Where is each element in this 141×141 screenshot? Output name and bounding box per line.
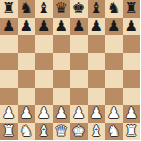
square-b2[interactable]: ♟ [18,105,36,123]
piece-black-pawn[interactable]: ♟ [55,18,68,36]
square-g1[interactable]: ♞ [105,123,123,141]
square-e7[interactable]: ♟ [70,18,88,36]
square-g3[interactable] [105,88,123,106]
piece-black-bishop[interactable]: ♝ [90,0,103,18]
square-b4[interactable] [18,70,36,88]
square-a6[interactable] [0,35,18,53]
piece-black-pawn[interactable]: ♟ [72,18,85,36]
piece-black-rook[interactable]: ♜ [2,0,15,18]
piece-black-knight[interactable]: ♞ [107,0,120,18]
piece-white-rook[interactable]: ♜ [125,123,138,141]
piece-white-pawn[interactable]: ♟ [37,105,50,123]
square-b6[interactable] [18,35,36,53]
square-f1[interactable]: ♝ [88,123,106,141]
square-c3[interactable] [35,88,53,106]
square-c7[interactable]: ♟ [35,18,53,36]
square-a8[interactable]: ♜ [0,0,18,18]
square-c5[interactable] [35,53,53,71]
piece-white-queen[interactable]: ♛ [55,123,68,141]
piece-white-pawn[interactable]: ♟ [72,105,85,123]
piece-white-pawn[interactable]: ♟ [20,105,33,123]
square-h4[interactable] [123,70,141,88]
square-g8[interactable]: ♞ [105,0,123,18]
piece-black-knight[interactable]: ♞ [20,0,33,18]
piece-black-queen[interactable]: ♛ [55,0,68,18]
piece-white-knight[interactable]: ♞ [20,123,33,141]
piece-white-pawn[interactable]: ♟ [90,105,103,123]
square-c6[interactable] [35,35,53,53]
piece-black-king[interactable]: ♚ [72,0,85,18]
piece-white-pawn[interactable]: ♟ [107,105,120,123]
square-b3[interactable] [18,88,36,106]
piece-black-rook[interactable]: ♜ [125,0,138,18]
square-f5[interactable] [88,53,106,71]
square-f2[interactable]: ♟ [88,105,106,123]
square-e8[interactable]: ♚ [70,0,88,18]
piece-white-rook[interactable]: ♜ [2,123,15,141]
square-h2[interactable]: ♟ [123,105,141,123]
square-f3[interactable] [88,88,106,106]
square-b8[interactable]: ♞ [18,0,36,18]
square-h7[interactable]: ♟ [123,18,141,36]
square-f8[interactable]: ♝ [88,0,106,18]
piece-black-pawn[interactable]: ♟ [2,18,15,36]
piece-white-pawn[interactable]: ♟ [55,105,68,123]
square-f7[interactable]: ♟ [88,18,106,36]
square-h1[interactable]: ♜ [123,123,141,141]
piece-white-bishop[interactable]: ♝ [37,123,50,141]
square-h6[interactable] [123,35,141,53]
piece-black-pawn[interactable]: ♟ [20,18,33,36]
square-f4[interactable] [88,70,106,88]
piece-white-knight[interactable]: ♞ [107,123,120,141]
piece-black-pawn[interactable]: ♟ [125,18,138,36]
square-a1[interactable]: ♜ [0,123,18,141]
piece-black-pawn[interactable]: ♟ [37,18,50,36]
square-d3[interactable] [53,88,71,106]
piece-white-pawn[interactable]: ♟ [2,105,15,123]
square-g2[interactable]: ♟ [105,105,123,123]
square-e2[interactable]: ♟ [70,105,88,123]
square-h3[interactable] [123,88,141,106]
square-c4[interactable] [35,70,53,88]
square-e4[interactable] [70,70,88,88]
square-e5[interactable] [70,53,88,71]
square-d5[interactable] [53,53,71,71]
square-d8[interactable]: ♛ [53,0,71,18]
square-b5[interactable] [18,53,36,71]
square-g4[interactable] [105,70,123,88]
piece-white-king[interactable]: ♚ [72,123,85,141]
square-e1[interactable]: ♚ [70,123,88,141]
square-d7[interactable]: ♟ [53,18,71,36]
square-d6[interactable] [53,35,71,53]
square-d2[interactable]: ♟ [53,105,71,123]
square-c1[interactable]: ♝ [35,123,53,141]
square-c2[interactable]: ♟ [35,105,53,123]
square-b1[interactable]: ♞ [18,123,36,141]
square-a2[interactable]: ♟ [0,105,18,123]
square-h5[interactable] [123,53,141,71]
square-d4[interactable] [53,70,71,88]
square-e6[interactable] [70,35,88,53]
square-c8[interactable]: ♝ [35,0,53,18]
square-f6[interactable] [88,35,106,53]
square-e3[interactable] [70,88,88,106]
piece-black-pawn[interactable]: ♟ [90,18,103,36]
square-b7[interactable]: ♟ [18,18,36,36]
square-a7[interactable]: ♟ [0,18,18,36]
square-g7[interactable]: ♟ [105,18,123,36]
piece-black-bishop[interactable]: ♝ [37,0,50,18]
chess-board: ♜♞♝♛♚♝♞♜♟♟♟♟♟♟♟♟♟♟♟♟♟♟♟♟♜♞♝♛♚♝♞♜ [0,0,140,140]
square-g6[interactable] [105,35,123,53]
piece-white-pawn[interactable]: ♟ [125,105,138,123]
square-g5[interactable] [105,53,123,71]
piece-black-pawn[interactable]: ♟ [107,18,120,36]
square-h8[interactable]: ♜ [123,0,141,18]
square-d1[interactable]: ♛ [53,123,71,141]
square-a3[interactable] [0,88,18,106]
square-a4[interactable] [0,70,18,88]
piece-white-bishop[interactable]: ♝ [90,123,103,141]
square-a5[interactable] [0,53,18,71]
